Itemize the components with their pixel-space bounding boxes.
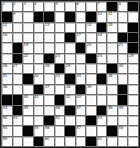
clue-number: 13	[45, 23, 50, 27]
white-cell-r9c11[interactable]	[107, 85, 117, 94]
white-cell-r2c3[interactable]	[23, 12, 33, 21]
clue-number: 54	[3, 126, 8, 130]
white-cell-r4c8[interactable]: 17	[76, 33, 86, 42]
white-cell-r3c3[interactable]	[23, 23, 33, 32]
clue-number: 20	[87, 43, 92, 47]
white-cell-r11c6[interactable]: 46	[55, 106, 65, 115]
clue-number: 39	[87, 85, 92, 89]
white-cell-r8c13[interactable]	[128, 74, 138, 83]
white-cell-r1c10[interactable]: 7	[97, 2, 107, 11]
black-cell-r2c5	[44, 12, 54, 21]
white-cell-r7c7[interactable]: 29	[65, 64, 75, 73]
white-cell-r13c10[interactable]	[97, 126, 107, 135]
white-cell-r12c6[interactable]: 52	[55, 116, 65, 125]
white-cell-r2c12[interactable]	[118, 12, 128, 21]
white-cell-r8c5[interactable]	[44, 74, 54, 83]
white-cell-r11c13[interactable]	[128, 106, 138, 115]
white-cell-r14c10[interactable]: 61	[97, 137, 107, 146]
black-cell-r4c13	[128, 33, 138, 42]
clue-number: 11	[108, 12, 113, 16]
clue-number: 48	[108, 106, 113, 110]
white-cell-r11c5[interactable]	[44, 106, 54, 115]
white-cell-r8c2[interactable]	[13, 74, 23, 83]
white-cell-r14c8[interactable]	[76, 137, 86, 146]
black-cell-r11c2	[13, 106, 23, 115]
clue-number: 59	[3, 137, 8, 141]
clue-number: 58	[118, 126, 123, 130]
white-cell-r13c8[interactable]: 57	[76, 126, 86, 135]
white-cell-r10c9[interactable]	[86, 95, 96, 104]
black-cell-r4c12	[118, 33, 128, 42]
white-cell-r9c5[interactable]: 37	[44, 85, 54, 94]
clue-number: 36	[3, 85, 8, 89]
white-cell-r3c1[interactable]: 12	[2, 23, 12, 32]
black-cell-r11c7	[65, 106, 75, 115]
white-cell-r7c4[interactable]	[34, 64, 44, 73]
white-cell-r3c5[interactable]: 13	[44, 23, 54, 32]
clue-number: 6	[76, 2, 78, 6]
black-cell-r14c9	[86, 137, 96, 146]
black-cell-r6c9	[86, 54, 96, 63]
white-cell-r2c13[interactable]	[128, 12, 138, 21]
white-cell-r13c4[interactable]: 55	[34, 126, 44, 135]
white-cell-r7c3[interactable]	[23, 64, 33, 73]
black-cell-r3c10	[97, 23, 107, 32]
white-cell-r4c3[interactable]	[23, 33, 33, 42]
clue-number: 2	[13, 2, 15, 6]
white-cell-r11c3[interactable]: 45	[23, 106, 33, 115]
white-cell-r6c4[interactable]	[34, 54, 44, 63]
white-cell-r10c4[interactable]: 41	[34, 95, 44, 104]
white-cell-r8c12[interactable]	[118, 74, 128, 83]
black-cell-r10c6	[55, 95, 65, 104]
clue-number: 50	[3, 116, 8, 120]
white-cell-r3c12[interactable]	[118, 23, 128, 32]
white-cell-r5c5[interactable]	[44, 43, 54, 52]
clue-number: 10	[97, 12, 102, 16]
clue-number: 41	[34, 95, 39, 99]
clue-number: 52	[55, 116, 60, 120]
crossword-board: 1234567891011121314151617181920212223242…	[0, 0, 140, 148]
clue-number: 49	[118, 106, 123, 110]
clue-number: 55	[34, 126, 39, 130]
white-cell-r5c6[interactable]	[55, 43, 65, 52]
clue-number: 7	[97, 2, 99, 6]
black-cell-r1c13	[128, 2, 138, 11]
white-cell-r4c2[interactable]	[13, 33, 23, 42]
white-cell-r10c10[interactable]	[97, 95, 107, 104]
white-cell-r12c8[interactable]	[76, 116, 86, 125]
clue-number: 1	[3, 2, 5, 6]
black-cell-r5c2	[13, 43, 23, 52]
white-cell-r11c11[interactable]: 48	[107, 106, 117, 115]
white-cell-r4c1[interactable]: 16	[2, 33, 12, 42]
clue-number: 56	[45, 126, 50, 130]
white-cell-r5c9[interactable]: 20	[86, 43, 96, 52]
white-cell-r11c1[interactable]: 44	[2, 106, 12, 115]
white-cell-r1c8[interactable]: 6	[76, 2, 86, 11]
clue-number: 37	[45, 85, 50, 89]
white-cell-r14c2[interactable]	[13, 137, 23, 146]
white-cell-r9c3[interactable]	[23, 85, 33, 94]
black-cell-r6c2	[13, 54, 23, 63]
clue-number: 4	[34, 2, 36, 6]
white-cell-r4c6[interactable]	[55, 33, 65, 42]
white-cell-r10c11[interactable]	[107, 95, 117, 104]
white-cell-r11c4[interactable]	[34, 106, 44, 115]
white-cell-r7c10[interactable]	[97, 64, 107, 73]
black-cell-r2c7	[65, 12, 75, 21]
white-cell-r3c6[interactable]	[55, 23, 65, 32]
black-cell-r9c4	[34, 85, 44, 94]
clue-number: 57	[76, 126, 81, 130]
clue-number: 34	[76, 74, 81, 78]
white-cell-r5c12[interactable]: 21	[118, 43, 128, 52]
white-cell-r1c4[interactable]: 4	[34, 2, 44, 11]
clue-number: 60	[45, 137, 50, 141]
white-cell-r2c2[interactable]: 9	[13, 12, 23, 21]
black-cell-r2c9	[86, 12, 96, 21]
clue-number: 8	[118, 2, 120, 6]
white-cell-r1c3[interactable]: 3	[23, 2, 33, 11]
white-cell-r6c1[interactable]	[2, 54, 12, 63]
clue-number: 9	[13, 12, 15, 16]
black-cell-r3c13	[128, 23, 138, 32]
white-cell-r13c1[interactable]: 54	[2, 126, 12, 135]
black-cell-r7c6	[55, 64, 65, 73]
white-cell-r8c9[interactable]	[86, 74, 96, 83]
white-cell-r7c9[interactable]	[86, 64, 96, 73]
clue-number: 33	[55, 74, 60, 78]
white-cell-r14c7[interactable]	[65, 137, 75, 146]
black-cell-r5c8	[76, 43, 86, 52]
black-cell-r2c4	[34, 12, 44, 21]
clue-number: 15	[108, 23, 113, 27]
clue-number: 23	[55, 54, 60, 58]
white-cell-r3c2[interactable]	[13, 23, 23, 32]
white-cell-r12c4[interactable]	[34, 116, 44, 125]
white-cell-r7c1[interactable]: 26	[2, 64, 12, 73]
black-cell-r14c4	[34, 137, 44, 146]
clue-number: 51	[13, 116, 18, 120]
clue-number: 12	[3, 23, 8, 27]
white-cell-r10c3[interactable]: 40	[23, 95, 33, 104]
white-cell-r8c11[interactable]: 35	[107, 74, 117, 83]
clue-number: 17	[76, 33, 81, 37]
clue-number: 45	[24, 106, 29, 110]
clue-number: 28	[45, 64, 50, 68]
white-cell-r10c8[interactable]: 43	[76, 95, 86, 104]
white-cell-r12c10[interactable]: 53	[97, 116, 107, 125]
white-cell-r3c8[interactable]	[76, 23, 86, 32]
black-cell-r5c13	[128, 43, 138, 52]
clue-number: 32	[34, 74, 39, 78]
white-cell-r1c1[interactable]: 1	[2, 2, 12, 11]
clue-number: 40	[24, 95, 29, 99]
white-cell-r4c4[interactable]	[34, 33, 44, 42]
white-cell-r7c5[interactable]: 28	[44, 64, 54, 73]
white-cell-r14c3[interactable]	[23, 137, 33, 146]
white-cell-r9c7[interactable]: 38	[65, 85, 75, 94]
white-cell-r3c11[interactable]: 15	[107, 23, 117, 32]
white-cell-r8c4[interactable]: 32	[34, 74, 44, 83]
white-cell-r4c11[interactable]	[107, 33, 117, 42]
white-cell-r9c10[interactable]	[97, 85, 107, 94]
white-cell-r1c9[interactable]	[86, 2, 96, 11]
black-cell-r12c9	[86, 116, 96, 125]
black-cell-r6c5	[44, 54, 54, 63]
white-cell-r5c4[interactable]	[34, 43, 44, 52]
white-cell-r13c2[interactable]	[13, 126, 23, 135]
clue-number: 46	[55, 106, 60, 110]
clue-number: 25	[129, 54, 134, 58]
white-cell-r14c13[interactable]	[128, 137, 138, 146]
clue-number: 61	[97, 137, 102, 141]
black-cell-r7c11	[107, 64, 117, 73]
white-cell-r6c11[interactable]	[107, 54, 117, 63]
black-cell-r13c11	[107, 126, 117, 135]
white-cell-r2c8[interactable]	[76, 12, 86, 21]
white-cell-r11c9[interactable]	[86, 106, 96, 115]
clue-number: 27	[13, 64, 18, 68]
white-cell-r9c1[interactable]: 36	[2, 85, 12, 94]
black-cell-r13c7	[65, 126, 75, 135]
clue-number: 19	[24, 43, 29, 47]
white-cell-r1c6[interactable]: 5	[55, 2, 65, 11]
clue-number: 18	[97, 33, 102, 37]
black-cell-r13c3	[23, 126, 33, 135]
white-cell-r6c6[interactable]: 23	[55, 54, 65, 63]
clue-number: 3	[24, 2, 26, 6]
white-cell-r6c12[interactable]	[118, 54, 128, 63]
white-cell-r14c5[interactable]: 60	[44, 137, 54, 146]
white-cell-r11c8[interactable]: 47	[76, 106, 86, 115]
white-cell-r9c6[interactable]	[55, 85, 65, 94]
black-cell-r9c12	[118, 85, 128, 94]
white-cell-r1c7[interactable]	[65, 2, 75, 11]
white-cell-r12c1[interactable]: 50	[2, 116, 12, 125]
white-cell-r8c1[interactable]: 31	[2, 74, 12, 83]
white-cell-r12c3[interactable]	[23, 116, 33, 125]
black-cell-r9c8	[76, 85, 86, 94]
white-cell-r6c13[interactable]: 25	[128, 54, 138, 63]
black-cell-r8c3	[23, 74, 33, 83]
white-cell-r14c6[interactable]	[55, 137, 65, 146]
white-cell-r9c2[interactable]	[13, 85, 23, 94]
clue-number: 31	[3, 74, 8, 78]
white-cell-r6c7[interactable]	[65, 54, 75, 63]
white-cell-r13c13[interactable]	[128, 126, 138, 135]
white-cell-r5c11[interactable]	[107, 43, 117, 52]
clue-number: 24	[97, 54, 102, 58]
black-cell-r10c1	[2, 95, 12, 104]
white-cell-r12c12[interactable]	[118, 116, 128, 125]
white-cell-r14c12[interactable]	[118, 137, 128, 146]
white-cell-r13c5[interactable]: 56	[44, 126, 54, 135]
white-cell-r10c5[interactable]	[44, 95, 54, 104]
white-cell-r3c7[interactable]	[65, 23, 75, 32]
clue-number: 5	[55, 2, 57, 6]
clue-number: 42	[66, 95, 71, 99]
white-cell-r3c9[interactable]: 14	[86, 23, 96, 32]
clue-number: 43	[76, 95, 81, 99]
white-cell-r7c2[interactable]: 27	[13, 64, 23, 73]
clue-number: 14	[87, 23, 92, 27]
clue-number: 44	[3, 106, 8, 110]
clue-number: 53	[97, 116, 102, 120]
white-cell-r1c5[interactable]	[44, 2, 54, 11]
white-cell-r4c10[interactable]: 18	[97, 33, 107, 42]
clue-number: 35	[108, 74, 113, 78]
white-cell-r1c12[interactable]: 8	[118, 2, 128, 11]
white-cell-r4c9[interactable]	[86, 33, 96, 42]
white-cell-r7c12[interactable]: 30	[118, 64, 128, 73]
white-cell-r5c7[interactable]	[65, 43, 75, 52]
black-cell-r11c10	[97, 106, 107, 115]
white-cell-r14c1[interactable]: 59	[2, 137, 12, 146]
white-cell-r5c1[interactable]	[2, 43, 12, 52]
clue-number: 22	[24, 54, 29, 58]
white-cell-r7c8[interactable]	[76, 64, 86, 73]
clue-number: 16	[3, 33, 8, 37]
white-cell-r2c11[interactable]: 11	[107, 12, 117, 21]
white-cell-r8c6[interactable]: 33	[55, 74, 65, 83]
black-cell-r8c7	[65, 74, 75, 83]
black-cell-r10c2	[13, 95, 23, 104]
clue-number: 30	[118, 64, 123, 68]
white-cell-r6c3[interactable]: 22	[23, 54, 33, 63]
white-cell-r12c7[interactable]	[65, 116, 75, 125]
black-cell-r10c12	[118, 95, 128, 104]
black-cell-r1c11	[107, 2, 117, 11]
crossword-grid: 1234567891011121314151617181920212223242…	[2, 2, 138, 146]
black-cell-r8c10	[97, 74, 107, 83]
clue-number: 47	[76, 106, 81, 110]
white-cell-r4c5[interactable]	[44, 33, 54, 42]
white-cell-r5c3[interactable]: 19	[23, 43, 33, 52]
white-cell-r12c11[interactable]	[107, 116, 117, 125]
black-cell-r4c7	[65, 33, 75, 42]
white-cell-r8c8[interactable]: 34	[76, 74, 86, 83]
clue-number: 29	[66, 64, 71, 68]
clue-number: 26	[3, 64, 8, 68]
black-cell-r12c5	[44, 116, 54, 125]
white-cell-r2c10[interactable]: 10	[97, 12, 107, 21]
white-cell-r1c2[interactable]: 2	[13, 2, 23, 11]
white-cell-r2c6[interactable]	[55, 12, 65, 21]
white-cell-r5c10[interactable]	[97, 43, 107, 52]
black-cell-r2c1	[2, 12, 12, 21]
white-cell-r6c8[interactable]	[76, 54, 86, 63]
white-cell-r13c9[interactable]	[86, 126, 96, 135]
white-cell-r12c2[interactable]: 51	[13, 116, 23, 125]
white-cell-r14c11[interactable]	[107, 137, 117, 146]
clue-number: 38	[66, 85, 71, 89]
white-cell-r9c9[interactable]: 39	[86, 85, 96, 94]
white-cell-r6c10[interactable]: 24	[97, 54, 107, 63]
white-cell-r11c12[interactable]: 49	[118, 106, 128, 115]
white-cell-r9c13[interactable]	[128, 85, 138, 94]
white-cell-r12c13[interactable]	[128, 116, 138, 125]
white-cell-r3c4[interactable]	[34, 23, 44, 32]
white-cell-r10c7[interactable]: 42	[65, 95, 75, 104]
clue-number: 21	[118, 43, 123, 47]
white-cell-r7c13[interactable]	[128, 64, 138, 73]
white-cell-r13c12[interactable]: 58	[118, 126, 128, 135]
white-cell-r10c13[interactable]	[128, 95, 138, 104]
white-cell-r13c6[interactable]	[55, 126, 65, 135]
